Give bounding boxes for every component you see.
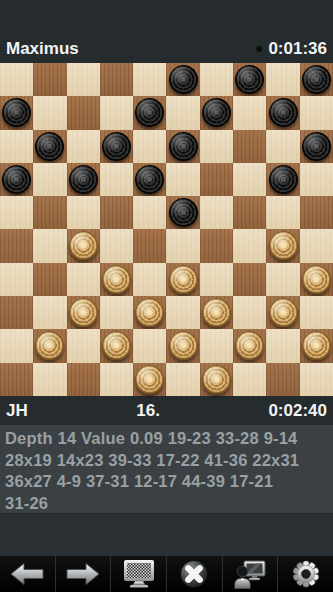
white-man[interactable] [69,231,98,260]
square-24[interactable] [233,196,266,229]
black-man[interactable] [135,98,164,127]
square-8[interactable] [133,96,166,129]
square-15[interactable] [300,130,333,163]
light-square [266,63,299,96]
white-man[interactable] [135,298,164,327]
play-vs-computer-button[interactable] [222,556,278,592]
square-20[interactable] [266,163,299,196]
square-47[interactable] [67,363,100,396]
square-11[interactable] [33,130,66,163]
square-28[interactable] [133,229,166,262]
top-clock-wrap: ● 0:01:36 [255,39,327,58]
square-6[interactable] [0,96,33,129]
square-5[interactable] [300,63,333,96]
light-square [100,96,133,129]
app-window: Maximus ● 0:01:36 JH 16. 0:02:40 Depth 1… [0,0,333,592]
square-44[interactable] [233,329,266,362]
square-14[interactable] [233,130,266,163]
black-man[interactable] [169,198,198,227]
light-square [67,63,100,96]
light-square [67,130,100,163]
light-square [0,63,33,96]
analysis-panel: Depth 14 Value 0.09 19-23 33-28 9-14 28x… [0,425,333,514]
white-man[interactable] [135,365,164,394]
light-square [100,229,133,262]
light-square [33,96,66,129]
arrow-right-icon [65,561,101,587]
person-monitor-icon [233,559,267,589]
light-square [133,63,166,96]
black-man[interactable] [269,98,298,127]
light-square [133,329,166,362]
square-37[interactable] [67,296,100,329]
forward-button[interactable] [55,556,111,592]
light-square [166,229,199,262]
arrow-left-icon [9,561,45,587]
light-square [100,363,133,396]
light-square [67,263,100,296]
square-30[interactable] [266,229,299,262]
light-square [0,130,33,163]
light-square [33,229,66,262]
black-man[interactable] [235,65,264,94]
white-man[interactable] [269,298,298,327]
engine-board-button[interactable] [110,556,166,592]
square-35[interactable] [300,263,333,296]
white-man[interactable] [35,331,64,360]
square-50[interactable] [266,363,299,396]
light-square [300,96,333,129]
stop-button[interactable] [166,556,222,592]
white-man[interactable] [169,331,198,360]
light-square [300,296,333,329]
light-square [266,329,299,362]
square-19[interactable] [200,163,233,196]
square-31[interactable] [33,263,66,296]
light-square [133,263,166,296]
light-square [166,363,199,396]
top-player-clock: 0:01:36 [268,39,327,58]
square-33[interactable] [166,263,199,296]
light-square [233,363,266,396]
black-man[interactable] [2,98,31,127]
settings-button[interactable] [277,556,333,592]
light-square [300,229,333,262]
light-square [200,263,233,296]
light-square [100,163,133,196]
black-man[interactable] [302,65,331,94]
bottom-player-bar: JH 16. 0:02:40 [0,396,333,425]
board-grid[interactable] [0,63,333,396]
square-3[interactable] [166,63,199,96]
black-man[interactable] [35,132,64,161]
square-32[interactable] [100,263,133,296]
square-49[interactable] [200,363,233,396]
turn-indicator-dot: ● [255,39,263,58]
white-man[interactable] [202,298,231,327]
black-man[interactable] [102,132,131,161]
engine-output-text: Depth 14 Value 0.09 19-23 33-28 9-14 28x… [5,428,328,514]
square-16[interactable] [0,163,33,196]
light-square [266,263,299,296]
spacer [0,514,333,556]
square-13[interactable] [166,130,199,163]
close-circle-icon [179,559,209,589]
light-square [300,363,333,396]
square-45[interactable] [300,329,333,362]
light-square [233,96,266,129]
black-man[interactable] [169,65,198,94]
light-square [100,296,133,329]
light-square [0,263,33,296]
light-square [233,163,266,196]
light-square [133,130,166,163]
bottom-player-name: JH [6,401,28,420]
light-square [200,63,233,96]
black-man[interactable] [202,98,231,127]
black-man[interactable] [135,165,164,194]
light-square [200,196,233,229]
bottom-player-clock: 0:02:40 [268,401,327,420]
white-man[interactable] [69,298,98,327]
light-square [67,329,100,362]
square-1[interactable] [33,63,66,96]
black-man[interactable] [2,165,31,194]
square-40[interactable] [266,296,299,329]
light-square [166,296,199,329]
white-man[interactable] [102,265,131,294]
square-10[interactable] [266,96,299,129]
black-man[interactable] [302,132,331,161]
light-square [266,196,299,229]
square-7[interactable] [67,96,100,129]
square-4[interactable] [233,63,266,96]
white-man[interactable] [102,331,131,360]
toolbar [0,556,333,592]
square-9[interactable] [200,96,233,129]
move-number: 16. [136,401,160,420]
light-square [133,196,166,229]
square-39[interactable] [200,296,233,329]
square-17[interactable] [67,163,100,196]
square-21[interactable] [33,196,66,229]
square-26[interactable] [0,229,33,262]
light-square [33,296,66,329]
square-43[interactable] [166,329,199,362]
square-48[interactable] [133,363,166,396]
light-square [67,196,100,229]
square-12[interactable] [100,130,133,163]
light-square [266,130,299,163]
light-square [200,130,233,163]
top-player-bar: Maximus ● 0:01:36 [0,0,333,63]
square-41[interactable] [33,329,66,362]
square-29[interactable] [200,229,233,262]
square-25[interactable] [300,196,333,229]
light-square [233,229,266,262]
square-18[interactable] [133,163,166,196]
square-36[interactable] [0,296,33,329]
black-man[interactable] [69,165,98,194]
back-button[interactable] [0,556,55,592]
square-23[interactable] [166,196,199,229]
light-square [166,163,199,196]
black-man[interactable] [269,165,298,194]
black-man[interactable] [169,132,198,161]
square-22[interactable] [100,196,133,229]
square-42[interactable] [100,329,133,362]
light-square [33,163,66,196]
light-square [200,329,233,362]
light-square [0,329,33,362]
gear-icon [291,559,321,589]
top-player-name: Maximus [6,39,79,58]
light-square [233,296,266,329]
light-square [0,196,33,229]
white-man[interactable] [302,265,331,294]
square-46[interactable] [0,363,33,396]
white-man[interactable] [269,231,298,260]
light-square [33,363,66,396]
white-man[interactable] [202,365,231,394]
white-man[interactable] [302,331,331,360]
square-27[interactable] [67,229,100,262]
monitor-checkers-icon [122,559,156,589]
square-34[interactable] [233,263,266,296]
white-man[interactable] [169,265,198,294]
white-man[interactable] [235,331,264,360]
light-square [166,96,199,129]
light-square [300,163,333,196]
square-2[interactable] [100,63,133,96]
square-38[interactable] [133,296,166,329]
